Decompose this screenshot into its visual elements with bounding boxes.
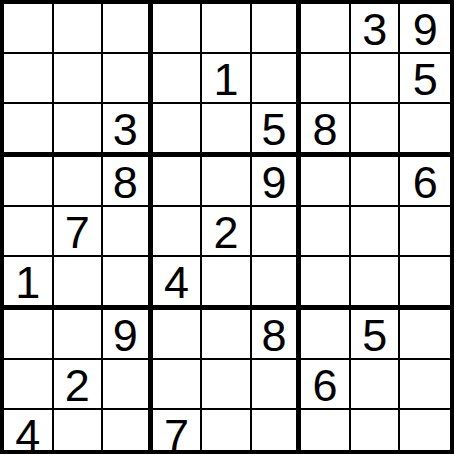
cell-r5c6[interactable] <box>252 207 302 257</box>
cell-r5c3[interactable] <box>103 207 153 257</box>
given-digit: 6 <box>413 160 438 205</box>
given-digit: 7 <box>65 210 90 255</box>
given-digit: 1 <box>15 260 40 305</box>
cell-r2c1[interactable] <box>4 54 54 104</box>
cell-r1c9: 9 <box>400 4 450 54</box>
cell-r1c2[interactable] <box>54 4 104 54</box>
cell-r9c6[interactable] <box>252 410 302 454</box>
cell-r9c1: 4 <box>4 410 54 454</box>
cell-r2c9: 5 <box>400 54 450 104</box>
cell-r7c3: 9 <box>103 310 153 360</box>
cell-r3c9[interactable] <box>400 104 450 157</box>
cell-r7c4[interactable] <box>153 310 203 360</box>
cell-r4c6: 9 <box>252 157 302 207</box>
cell-r2c7[interactable] <box>301 54 351 104</box>
given-digit: 7 <box>164 413 189 454</box>
given-digit: 5 <box>262 107 287 152</box>
given-digit: 9 <box>113 313 138 358</box>
cell-r5c7[interactable] <box>301 207 351 257</box>
cell-r3c6: 5 <box>252 104 302 157</box>
cell-r4c3: 8 <box>103 157 153 207</box>
cell-r8c6[interactable] <box>252 360 302 410</box>
cell-r1c7[interactable] <box>301 4 351 54</box>
cell-r1c3[interactable] <box>103 4 153 54</box>
cell-r2c8[interactable] <box>351 54 401 104</box>
cell-r8c8[interactable] <box>351 360 401 410</box>
given-digit: 9 <box>262 160 287 205</box>
cell-r8c1[interactable] <box>4 360 54 410</box>
cell-r1c5[interactable] <box>202 4 252 54</box>
cell-r3c4[interactable] <box>153 104 203 157</box>
cell-r9c5[interactable] <box>202 410 252 454</box>
cell-r6c3[interactable] <box>103 257 153 310</box>
cell-r7c2[interactable] <box>54 310 104 360</box>
cell-r7c7[interactable] <box>301 310 351 360</box>
cell-r6c5[interactable] <box>202 257 252 310</box>
given-digit: 6 <box>313 363 338 408</box>
cell-r1c4[interactable] <box>153 4 203 54</box>
given-digit: 5 <box>362 313 387 358</box>
cell-r4c9: 6 <box>400 157 450 207</box>
cell-r8c9[interactable] <box>400 360 450 410</box>
cell-r6c6[interactable] <box>252 257 302 310</box>
cell-r6c1: 1 <box>4 257 54 310</box>
cell-r8c3[interactable] <box>103 360 153 410</box>
given-digit: 2 <box>213 210 238 255</box>
cell-r1c6[interactable] <box>252 4 302 54</box>
cell-r3c1[interactable] <box>4 104 54 157</box>
cell-r9c4: 7 <box>153 410 203 454</box>
cell-r7c9[interactable] <box>400 310 450 360</box>
cell-r9c8[interactable] <box>351 410 401 454</box>
cell-r5c9[interactable] <box>400 207 450 257</box>
cell-r7c5[interactable] <box>202 310 252 360</box>
cell-r7c6: 8 <box>252 310 302 360</box>
cell-r8c4[interactable] <box>153 360 203 410</box>
cell-r9c7[interactable] <box>301 410 351 454</box>
given-digit: 4 <box>164 260 189 305</box>
cell-r4c1[interactable] <box>4 157 54 207</box>
cell-r8c7: 6 <box>301 360 351 410</box>
given-digit: 2 <box>65 363 90 408</box>
cell-r3c8[interactable] <box>351 104 401 157</box>
given-digit: 3 <box>113 107 138 152</box>
cell-r4c2[interactable] <box>54 157 104 207</box>
cell-r6c4: 4 <box>153 257 203 310</box>
given-digit: 8 <box>313 107 338 152</box>
cell-r6c2[interactable] <box>54 257 104 310</box>
cell-r4c4[interactable] <box>153 157 203 207</box>
cell-r2c5: 1 <box>202 54 252 104</box>
cell-r5c8[interactable] <box>351 207 401 257</box>
cell-r5c4[interactable] <box>153 207 203 257</box>
cell-r4c8[interactable] <box>351 157 401 207</box>
sudoku-board: 391535889672149852647 <box>0 0 454 454</box>
cell-r7c1[interactable] <box>4 310 54 360</box>
cell-r3c2[interactable] <box>54 104 104 157</box>
cell-r4c5[interactable] <box>202 157 252 207</box>
cell-r4c7[interactable] <box>301 157 351 207</box>
given-digit: 1 <box>213 57 238 102</box>
cell-r1c1[interactable] <box>4 4 54 54</box>
cell-r9c2[interactable] <box>54 410 104 454</box>
given-digit: 9 <box>413 7 438 52</box>
cell-r2c6[interactable] <box>252 54 302 104</box>
cell-r8c5[interactable] <box>202 360 252 410</box>
given-digit: 8 <box>262 313 287 358</box>
cell-r2c3[interactable] <box>103 54 153 104</box>
cell-r6c9[interactable] <box>400 257 450 310</box>
cell-r5c2: 7 <box>54 207 104 257</box>
cell-r6c7[interactable] <box>301 257 351 310</box>
cell-r3c7: 8 <box>301 104 351 157</box>
cell-r3c3: 3 <box>103 104 153 157</box>
given-digit: 4 <box>15 413 40 454</box>
given-digit: 8 <box>113 160 138 205</box>
cell-r8c2: 2 <box>54 360 104 410</box>
cell-r9c3[interactable] <box>103 410 153 454</box>
cell-r6c8[interactable] <box>351 257 401 310</box>
cell-r5c1[interactable] <box>4 207 54 257</box>
given-digit: 3 <box>362 7 387 52</box>
cell-r1c8: 3 <box>351 4 401 54</box>
cell-r2c4[interactable] <box>153 54 203 104</box>
cell-r3c5[interactable] <box>202 104 252 157</box>
cell-r9c9[interactable] <box>400 410 450 454</box>
cell-r7c8: 5 <box>351 310 401 360</box>
given-digit: 5 <box>413 57 438 102</box>
cell-r5c5: 2 <box>202 207 252 257</box>
cell-r2c2[interactable] <box>54 54 104 104</box>
